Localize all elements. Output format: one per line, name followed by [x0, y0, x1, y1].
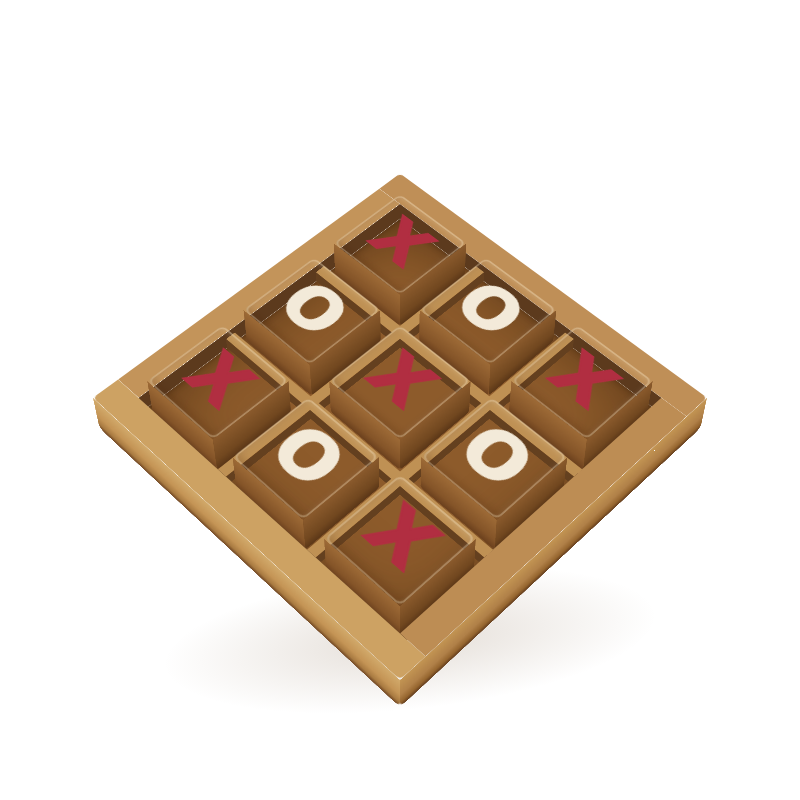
product-photo-stage: X O X O [0, 0, 800, 800]
piece-glyph-r3c2: O [258, 414, 358, 497]
piece-glyph-r3c1: X [174, 343, 267, 417]
piece-glyph-r1c3: X [538, 343, 629, 417]
piece-glyph-r3c3: X [353, 495, 452, 580]
piece-glyph-r2c2: X [356, 343, 448, 417]
piece-glyph-r1c1: X [359, 210, 445, 275]
